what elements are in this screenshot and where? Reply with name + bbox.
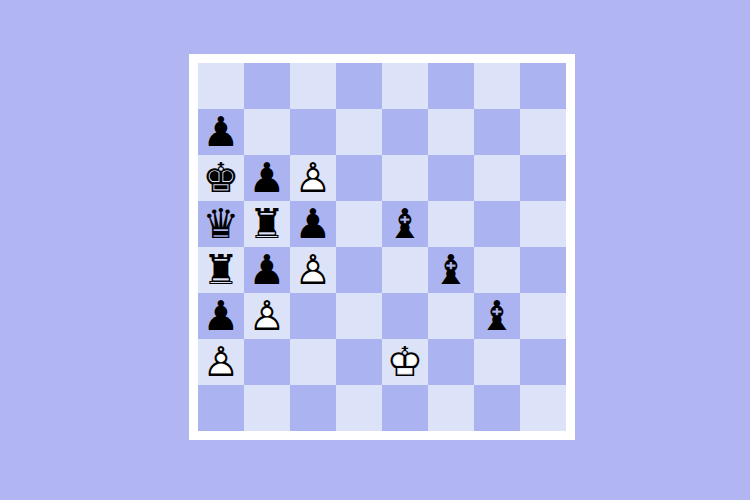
- square-g8[interactable]: [474, 63, 520, 109]
- square-f4[interactable]: ♝: [428, 247, 474, 293]
- square-b1[interactable]: [244, 385, 290, 431]
- piece-black-pawn-a3[interactable]: ♟: [198, 293, 244, 339]
- piece-black-rook-b5[interactable]: ♜: [244, 201, 290, 247]
- black-rook-icon: ♜: [244, 201, 290, 247]
- square-d3[interactable]: [336, 293, 382, 339]
- black-king-icon: ♚: [198, 155, 244, 201]
- black-pawn-icon: ♟: [198, 109, 244, 155]
- white-pawn-icon: ♙: [290, 247, 336, 293]
- black-pawn-icon: ♟: [198, 293, 244, 339]
- square-g4[interactable]: [474, 247, 520, 293]
- square-g2[interactable]: [474, 339, 520, 385]
- square-b8[interactable]: [244, 63, 290, 109]
- square-b5[interactable]: ♜: [244, 201, 290, 247]
- piece-black-pawn-c5[interactable]: ♟: [290, 201, 336, 247]
- square-e5[interactable]: ♝: [382, 201, 428, 247]
- square-d5[interactable]: [336, 201, 382, 247]
- square-c8[interactable]: [290, 63, 336, 109]
- square-a3[interactable]: ♟: [198, 293, 244, 339]
- piece-black-king-a6[interactable]: ♚: [198, 155, 244, 201]
- square-a1[interactable]: [198, 385, 244, 431]
- square-d4[interactable]: [336, 247, 382, 293]
- black-pawn-icon: ♟: [244, 155, 290, 201]
- square-a4[interactable]: ♜: [198, 247, 244, 293]
- square-g3[interactable]: ♝: [474, 293, 520, 339]
- square-h7[interactable]: [520, 109, 566, 155]
- square-f5[interactable]: [428, 201, 474, 247]
- square-b7[interactable]: [244, 109, 290, 155]
- black-queen-icon: ♛: [198, 201, 244, 247]
- piece-white-king-e2[interactable]: ♚♔: [382, 339, 428, 385]
- square-c6[interactable]: ♟♙: [290, 155, 336, 201]
- square-f2[interactable]: [428, 339, 474, 385]
- square-h1[interactable]: [520, 385, 566, 431]
- square-f8[interactable]: [428, 63, 474, 109]
- square-e1[interactable]: [382, 385, 428, 431]
- black-bishop-icon: ♝: [428, 247, 474, 293]
- square-c7[interactable]: [290, 109, 336, 155]
- black-pawn-icon: ♟: [244, 247, 290, 293]
- square-e4[interactable]: [382, 247, 428, 293]
- square-f6[interactable]: [428, 155, 474, 201]
- square-a2[interactable]: ♟♙: [198, 339, 244, 385]
- square-b4[interactable]: ♟: [244, 247, 290, 293]
- square-e6[interactable]: [382, 155, 428, 201]
- piece-white-pawn-b3[interactable]: ♟♙: [244, 293, 290, 339]
- black-rook-icon: ♜: [198, 247, 244, 293]
- square-e7[interactable]: [382, 109, 428, 155]
- square-c2[interactable]: [290, 339, 336, 385]
- square-g1[interactable]: [474, 385, 520, 431]
- piece-white-pawn-c6[interactable]: ♟♙: [290, 155, 336, 201]
- square-h6[interactable]: [520, 155, 566, 201]
- square-f3[interactable]: [428, 293, 474, 339]
- piece-black-bishop-e5[interactable]: ♝: [382, 201, 428, 247]
- square-d8[interactable]: [336, 63, 382, 109]
- square-h2[interactable]: [520, 339, 566, 385]
- square-f1[interactable]: [428, 385, 474, 431]
- white-pawn-icon: ♙: [198, 339, 244, 385]
- square-h5[interactable]: [520, 201, 566, 247]
- square-a8[interactable]: [198, 63, 244, 109]
- square-a5[interactable]: ♛: [198, 201, 244, 247]
- piece-black-queen-a5[interactable]: ♛: [198, 201, 244, 247]
- square-b6[interactable]: ♟: [244, 155, 290, 201]
- piece-black-bishop-g3[interactable]: ♝: [474, 293, 520, 339]
- piece-black-pawn-a7[interactable]: ♟: [198, 109, 244, 155]
- white-pawn-icon: ♙: [290, 155, 336, 201]
- square-h4[interactable]: [520, 247, 566, 293]
- white-pawn-icon: ♙: [244, 293, 290, 339]
- square-e2[interactable]: ♚♔: [382, 339, 428, 385]
- square-g6[interactable]: [474, 155, 520, 201]
- black-bishop-icon: ♝: [382, 201, 428, 247]
- square-e8[interactable]: [382, 63, 428, 109]
- square-e3[interactable]: [382, 293, 428, 339]
- piece-black-pawn-b6[interactable]: ♟: [244, 155, 290, 201]
- white-king-icon: ♔: [382, 339, 428, 385]
- piece-black-rook-a4[interactable]: ♜: [198, 247, 244, 293]
- piece-black-bishop-f4[interactable]: ♝: [428, 247, 474, 293]
- square-g7[interactable]: [474, 109, 520, 155]
- board-grid: ♟♚♟♟♙♛♜♟♝♜♟♟♙♝♟♟♙♝♟♙♚♔: [198, 63, 566, 431]
- square-d2[interactable]: [336, 339, 382, 385]
- chess-board: ♟♚♟♟♙♛♜♟♝♜♟♟♙♝♟♟♙♝♟♙♚♔: [189, 54, 575, 440]
- piece-white-pawn-a2[interactable]: ♟♙: [198, 339, 244, 385]
- square-h3[interactable]: [520, 293, 566, 339]
- square-d6[interactable]: [336, 155, 382, 201]
- square-c5[interactable]: ♟: [290, 201, 336, 247]
- square-h8[interactable]: [520, 63, 566, 109]
- square-a7[interactable]: ♟: [198, 109, 244, 155]
- square-d1[interactable]: [336, 385, 382, 431]
- square-c4[interactable]: ♟♙: [290, 247, 336, 293]
- square-b3[interactable]: ♟♙: [244, 293, 290, 339]
- square-a6[interactable]: ♚: [198, 155, 244, 201]
- square-c1[interactable]: [290, 385, 336, 431]
- square-f7[interactable]: [428, 109, 474, 155]
- square-c3[interactable]: [290, 293, 336, 339]
- piece-white-pawn-c4[interactable]: ♟♙: [290, 247, 336, 293]
- square-g5[interactable]: [474, 201, 520, 247]
- square-b2[interactable]: [244, 339, 290, 385]
- black-bishop-icon: ♝: [474, 293, 520, 339]
- square-d7[interactable]: [336, 109, 382, 155]
- piece-black-pawn-b4[interactable]: ♟: [244, 247, 290, 293]
- black-pawn-icon: ♟: [290, 201, 336, 247]
